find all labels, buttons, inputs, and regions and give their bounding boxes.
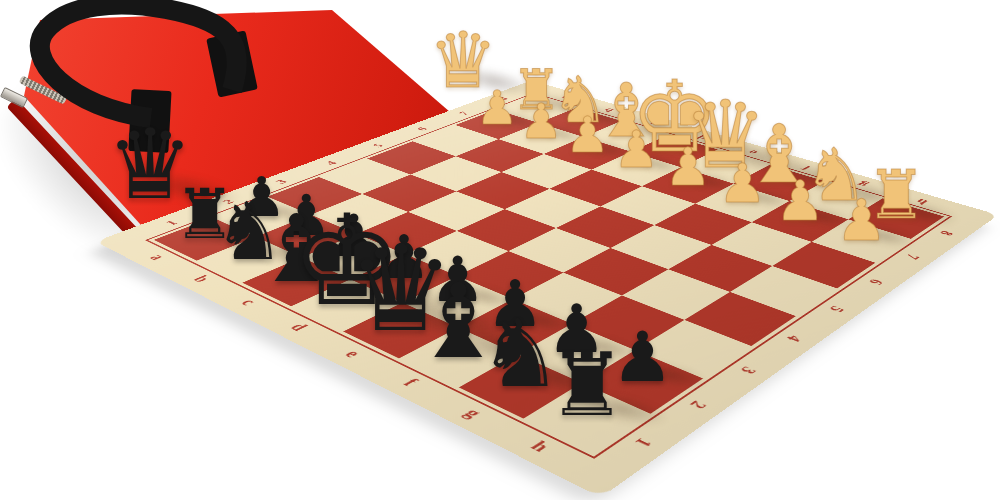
piece-camel-pawn-h7: ♟ (836, 192, 887, 249)
piece-camel-pawn-c7: ♟ (565, 111, 609, 161)
piece-camel-pawn-d7: ♟ (614, 126, 660, 177)
piece-camel-pawn-f7: ♟ (718, 157, 766, 211)
rank-label-right-8: 8 (935, 229, 958, 237)
rank-label-right-2: 2 (684, 398, 711, 411)
rank-label-left-6: 6 (414, 126, 431, 132)
rank-label-right-5: 5 (824, 304, 849, 314)
file-label-bottom-h: h (526, 438, 555, 455)
rank-label-right-6: 6 (864, 277, 888, 287)
piece-camel-pawn-a7: ♟ (476, 84, 518, 131)
rank-label-left-7: 7 (456, 111, 473, 117)
piece-camel-pawn-e7: ♟ (664, 141, 711, 193)
file-label-bottom-a: a (145, 252, 169, 262)
piece-camel-pawn-b7: ♟ (519, 97, 562, 145)
rank-label-right-4: 4 (781, 333, 806, 344)
rank-label-left-4: 4 (323, 160, 341, 167)
rank-label-right-1: 1 (629, 435, 657, 450)
rank-label-left-5: 5 (370, 142, 387, 148)
piece-camel-pawn-g7: ♟ (775, 174, 825, 229)
rank-label-right-3: 3 (735, 364, 761, 376)
piece-black-rook-h1: ♜ (548, 343, 627, 431)
file-label-bottom-b: b (189, 273, 214, 284)
rank-label-right-7: 7 (901, 252, 924, 261)
scene: aabbccddeeffgghh1122334455667788 ♜♞♝♚♛♝♞… (0, 0, 1000, 500)
